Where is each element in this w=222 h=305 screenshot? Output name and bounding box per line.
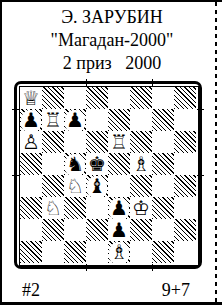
stipulation-label: #2 (22, 280, 40, 300)
award-line: 2 приз 2000 (2, 52, 222, 75)
square-f6 (130, 131, 152, 153)
square-a6: ♙ (20, 131, 42, 153)
square-c7: ♟ (64, 109, 86, 131)
white-bishop-e1: ♗ (109, 242, 129, 263)
square-e6: ♖ (108, 131, 130, 153)
square-h6 (174, 131, 196, 153)
square-d8 (86, 87, 108, 109)
square-g3 (152, 197, 174, 219)
white-pawn-a6: ♙ (21, 132, 41, 153)
square-g5 (152, 153, 174, 175)
square-f4 (130, 175, 152, 197)
white-king-f3: ♔ (131, 198, 151, 219)
square-f5: ♗ (130, 153, 152, 175)
square-b8 (42, 87, 64, 109)
square-d6 (86, 131, 108, 153)
square-c8 (64, 87, 86, 109)
square-g2 (152, 219, 174, 241)
frame-mark (12, 109, 19, 110)
square-g4 (152, 175, 174, 197)
square-e3: ♟ (108, 197, 130, 219)
square-c6 (64, 131, 86, 153)
square-h2 (174, 219, 196, 241)
square-f2 (130, 219, 152, 241)
white-bishop-f5: ♗ (131, 154, 151, 175)
square-a1 (20, 241, 42, 263)
frame-mark (197, 175, 204, 176)
square-e4 (108, 175, 130, 197)
square-b5 (42, 153, 64, 175)
material-count: 9+7 (162, 280, 190, 300)
square-h8 (174, 87, 196, 109)
frame-mark (152, 264, 153, 271)
square-f3: ♔ (130, 197, 152, 219)
black-bishop-d4: ♝ (87, 176, 107, 197)
square-e1: ♗ (108, 241, 130, 263)
square-b1 (42, 241, 64, 263)
square-c3 (64, 197, 86, 219)
square-c4: ♘ (64, 175, 86, 197)
square-g8 (152, 87, 174, 109)
square-b4 (42, 175, 64, 197)
square-c5: ♞ (64, 153, 86, 175)
square-e2: ♟ (108, 219, 130, 241)
square-b2 (42, 219, 64, 241)
black-pawn-e2: ♟ (109, 220, 129, 241)
event-name: "Магадан-2000" (2, 29, 222, 52)
square-d7 (86, 109, 108, 131)
square-d3 (86, 197, 108, 219)
square-b3: ♘ (42, 197, 64, 219)
square-h7 (174, 109, 196, 131)
square-h1 (174, 241, 196, 263)
square-a8: ♕ (20, 87, 42, 109)
board-frame: ♕♟♖♟♙♖♞♚♗♘♝♘♟♔♟♗ (14, 81, 202, 269)
black-pawn-a7: ♟ (21, 110, 41, 131)
square-a5 (20, 153, 42, 175)
white-knight-c4: ♘ (65, 176, 85, 197)
square-d4: ♝ (86, 175, 108, 197)
square-f8 (130, 87, 152, 109)
square-d1 (86, 241, 108, 263)
square-f7 (130, 109, 152, 131)
square-b7: ♖ (42, 109, 64, 131)
clipping: Э. ЗАРУБИН "Магадан-2000" 2 приз 2000 ♕♟… (0, 0, 222, 305)
square-e5 (108, 153, 130, 175)
frame-mark (12, 175, 19, 176)
square-g1 (152, 241, 174, 263)
white-queen-a8: ♕ (21, 88, 41, 109)
square-h3 (174, 197, 196, 219)
square-g7 (152, 109, 174, 131)
square-a4 (20, 175, 42, 197)
black-king-d5: ♚ (87, 154, 107, 175)
frame-mark (197, 109, 204, 110)
square-g6 (152, 131, 174, 153)
square-c1 (64, 241, 86, 263)
square-e7 (108, 109, 130, 131)
black-knight-c5: ♞ (65, 154, 85, 175)
white-rook-b7: ♖ (43, 110, 63, 131)
problem-caption: #2 9+7 (2, 280, 222, 300)
square-f1 (130, 241, 152, 263)
square-a3 (20, 197, 42, 219)
white-rook-e6: ♖ (109, 132, 129, 153)
column-divider (215, 2, 217, 305)
square-d5: ♚ (86, 153, 108, 175)
frame-mark (86, 264, 87, 271)
square-b6 (42, 131, 64, 153)
problem-header: Э. ЗАРУБИН "Магадан-2000" 2 приз 2000 (2, 2, 222, 75)
square-a2 (20, 219, 42, 241)
black-pawn-c7: ♟ (65, 110, 85, 131)
author-name: Э. ЗАРУБИН (2, 6, 222, 29)
frame-mark (86, 79, 87, 86)
black-pawn-e3: ♟ (109, 198, 129, 219)
square-h5 (174, 153, 196, 175)
frame-mark (152, 79, 153, 86)
chessboard: ♕♟♖♟♙♖♞♚♗♘♝♘♟♔♟♗ (14, 81, 202, 269)
square-h4 (174, 175, 196, 197)
square-e8 (108, 87, 130, 109)
square-c2 (64, 219, 86, 241)
square-d2 (86, 219, 108, 241)
board-inner-frame: ♕♟♖♟♙♖♞♚♗♘♝♘♟♔♟♗ (19, 86, 199, 266)
white-knight-b3: ♘ (43, 198, 63, 219)
board-grid: ♕♟♖♟♙♖♞♚♗♘♝♘♟♔♟♗ (20, 87, 198, 263)
square-a7: ♟ (20, 109, 42, 131)
